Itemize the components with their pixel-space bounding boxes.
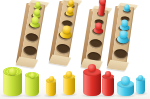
cylinder-knob[interactable] xyxy=(105,71,111,77)
cylinder-knob[interactable] xyxy=(9,68,16,75)
loose-cylinder-green-largest[interactable] xyxy=(3,67,22,96)
loose-cylinder-green-large[interactable] xyxy=(25,72,39,96)
cylinder-body xyxy=(46,81,56,96)
loose-cylinder-red-largest[interactable] xyxy=(83,68,101,96)
cylinder-knob[interactable] xyxy=(49,76,54,81)
socket-2-5[interactable] xyxy=(55,43,71,55)
cylinder-knob[interactable] xyxy=(121,76,130,85)
block-2-yellow xyxy=(49,0,79,66)
socket-4-5[interactable] xyxy=(113,48,128,60)
block-3-red xyxy=(80,8,108,70)
cylinder-knob[interactable] xyxy=(66,71,72,77)
cylinder-body xyxy=(136,79,145,94)
block-1-green xyxy=(16,2,46,68)
loose-cylinder-blue-smallest[interactable] xyxy=(136,77,145,94)
cylinder-knob-yellow[interactable] xyxy=(62,24,71,33)
socket-1-5[interactable] xyxy=(22,45,38,57)
loose-cylinder-red-medium[interactable] xyxy=(102,74,114,96)
block-bottom-face xyxy=(106,60,129,71)
cylinder-knob[interactable] xyxy=(88,64,96,72)
block-4-blue xyxy=(107,5,135,71)
loose-cylinder-yellow-smallest[interactable] xyxy=(46,78,56,96)
cylinder-body xyxy=(25,75,39,96)
loose-cylinder-yellow-small[interactable] xyxy=(63,74,75,95)
socket-1-4[interactable] xyxy=(25,32,39,43)
cylinder-knob[interactable] xyxy=(138,75,143,80)
cylinder-blocks-scene xyxy=(0,0,150,99)
socket-3-4[interactable] xyxy=(89,38,103,49)
cylinder-body xyxy=(102,77,114,96)
block-bottom-face xyxy=(48,54,71,66)
cylinder-knob[interactable] xyxy=(30,73,35,78)
loose-cylinder-blue-wide-short[interactable] xyxy=(117,80,134,96)
cylinder-body xyxy=(63,77,75,95)
cylinder-knob-blue[interactable] xyxy=(119,29,128,38)
